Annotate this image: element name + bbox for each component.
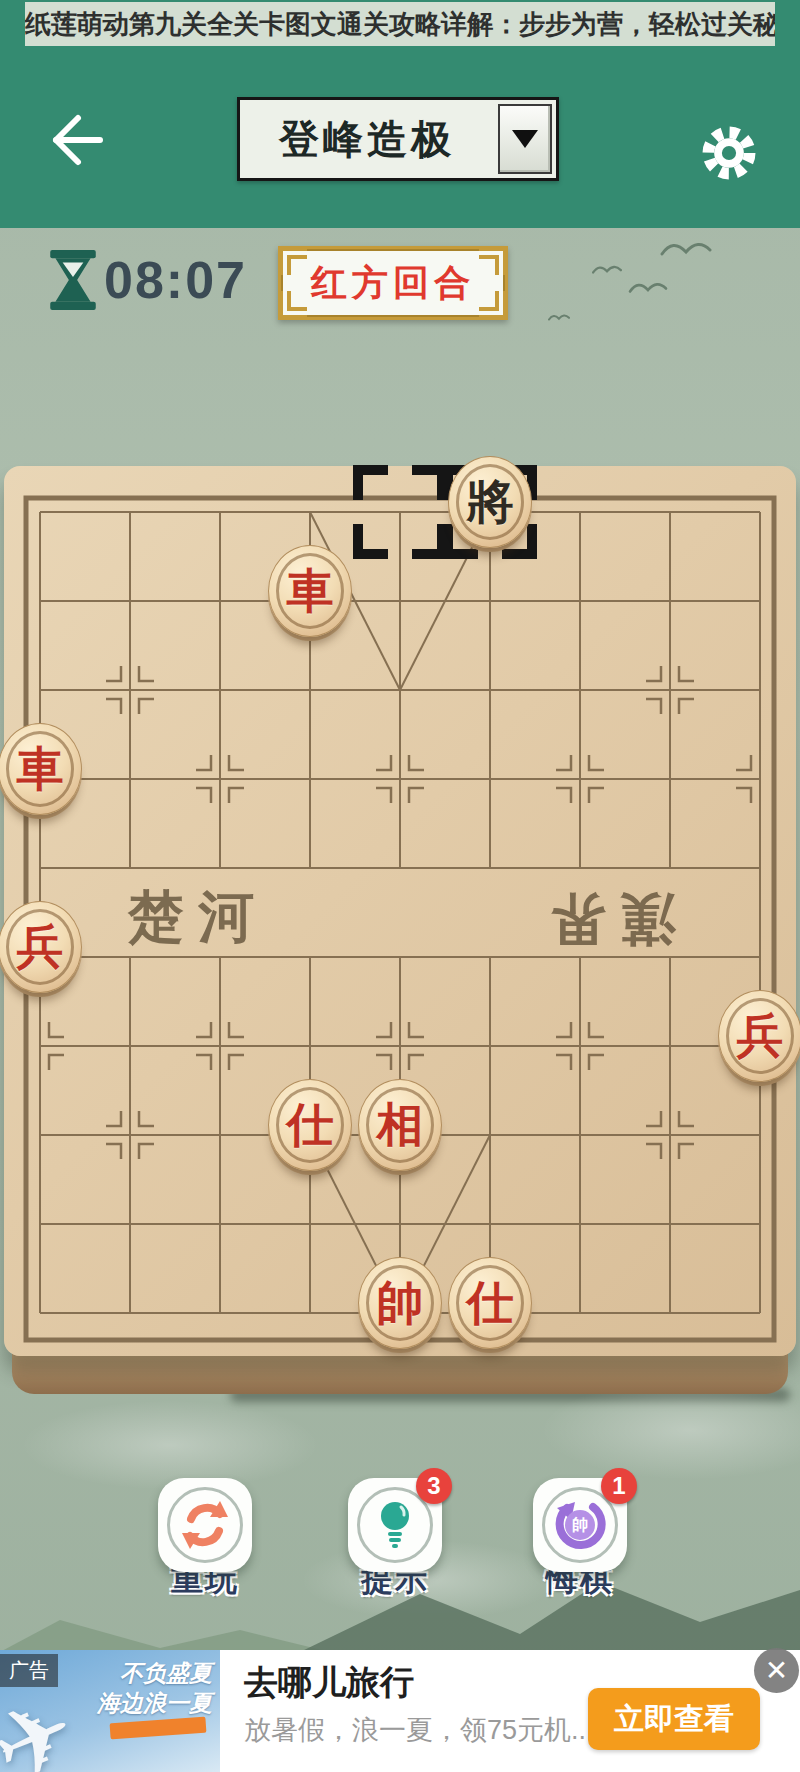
ad-description: 放暑假，浪一夏，领75元机...	[244, 1712, 594, 1748]
piece-兵-red[interactable]: 兵	[0, 901, 82, 993]
board-point-f1r6[interactable]	[85, 1001, 175, 1090]
chevron-down-icon	[512, 130, 538, 148]
board-point-f8r3[interactable]	[715, 734, 800, 823]
board-point-f7r1[interactable]	[625, 556, 715, 645]
board-point-f0r8[interactable]	[0, 1179, 85, 1268]
board-point-f5r2[interactable]	[445, 645, 535, 734]
board-point-f2r6[interactable]	[175, 1001, 265, 1090]
board-point-f1r5[interactable]	[85, 912, 175, 1001]
board-point-f1r0[interactable]	[85, 467, 175, 556]
board-point-f1r8[interactable]	[85, 1179, 175, 1268]
mist-cloud	[20, 1400, 320, 1490]
level-dropdown-arrow[interactable]	[498, 104, 552, 174]
board-point-f5r7[interactable]	[445, 1090, 535, 1179]
board-point-f7r3[interactable]	[625, 734, 715, 823]
undo-tile[interactable]: 帥 1	[533, 1478, 627, 1572]
board-point-f7r8[interactable]	[625, 1179, 715, 1268]
board-point-f4r1[interactable]	[355, 556, 445, 645]
board-point-f5r4[interactable]	[445, 823, 535, 912]
board-point-f6r8[interactable]	[535, 1179, 625, 1268]
board-point-f8r5[interactable]	[715, 912, 800, 1001]
badge-corner-ornament	[479, 246, 508, 275]
board-point-f4r8[interactable]	[355, 1179, 445, 1268]
board-point-f8r8[interactable]	[715, 1179, 800, 1268]
settings-gear-icon[interactable]	[698, 122, 760, 184]
selection-bracket	[353, 465, 447, 559]
board-point-f8r9[interactable]	[715, 1268, 800, 1357]
piece-兵-red[interactable]: 兵	[718, 990, 800, 1082]
board-point-f3r3[interactable]	[265, 734, 355, 823]
board-point-f0r7[interactable]	[0, 1090, 85, 1179]
bird-icon	[548, 312, 570, 322]
timer-value: 08:07	[104, 250, 247, 310]
board-point-f0r6[interactable]	[0, 1001, 85, 1090]
board-point-f6r3[interactable]	[535, 734, 625, 823]
board-point-f8r4[interactable]	[715, 823, 800, 912]
level-dropdown-value[interactable]: 登峰造极	[240, 100, 494, 178]
piece-車-red[interactable]: 車	[0, 723, 82, 815]
ad-slogan-2: 海边浪一夏	[97, 1688, 212, 1719]
badge-corner-ornament	[278, 291, 307, 320]
board-point-f7r5[interactable]	[625, 912, 715, 1001]
board-point-f2r8[interactable]	[175, 1179, 265, 1268]
board-point-f2r4[interactable]	[175, 823, 265, 912]
board-point-f8r6[interactable]: 兵	[715, 1001, 800, 1090]
board-point-f4r5[interactable]	[355, 912, 445, 1001]
board-point-f4r0[interactable]	[355, 467, 445, 556]
piece-車-red[interactable]: 車	[268, 545, 352, 637]
bird-icon	[592, 262, 622, 276]
board-point-f5r3[interactable]	[445, 734, 535, 823]
board-point-f3r8[interactable]	[265, 1179, 355, 1268]
level-dropdown[interactable]: 登峰造极	[237, 97, 559, 181]
board-point-f1r4[interactable]	[85, 823, 175, 912]
board-point-f2r1[interactable]	[175, 556, 265, 645]
board-point-f0r9[interactable]	[0, 1268, 85, 1357]
hint-button[interactable]: 3 提示	[340, 1478, 450, 1602]
ad-body[interactable]: 去哪儿旅行 放暑假，浪一夏，领75元机... 立即查看	[220, 1650, 800, 1772]
board-point-f1r7[interactable]	[85, 1090, 175, 1179]
board-point-f4r7[interactable]: 相	[355, 1090, 445, 1179]
turn-banner-text: 红方回合	[311, 259, 475, 308]
board-point-f3r9[interactable]	[265, 1268, 355, 1357]
board-point-f1r1[interactable]	[85, 556, 175, 645]
hourglass-icon	[50, 250, 96, 310]
hint-tile[interactable]: 3	[348, 1478, 442, 1572]
board-point-f4r3[interactable]	[355, 734, 445, 823]
board-point-f3r5[interactable]	[265, 912, 355, 1001]
bird-icon	[660, 236, 712, 260]
board-point-f3r4[interactable]	[265, 823, 355, 912]
piece-將-black[interactable]: 將	[448, 456, 532, 548]
board-point-f7r9[interactable]	[625, 1268, 715, 1357]
ad-banner[interactable]: ✈ 不负盛夏 海边浪一夏 广告 去哪儿旅行 放暑假，浪一夏，领75元机... 立…	[0, 1650, 800, 1772]
board-point-f5r6[interactable]	[445, 1001, 535, 1090]
board-point-f6r5[interactable]	[535, 912, 625, 1001]
board-point-f1r2[interactable]	[85, 645, 175, 734]
replay-button[interactable]: 重玩	[150, 1478, 260, 1602]
piece-仕-red[interactable]: 仕	[448, 1257, 532, 1349]
board-point-f2r9[interactable]	[175, 1268, 265, 1357]
board-point-f6r7[interactable]	[535, 1090, 625, 1179]
ad-image[interactable]: ✈ 不负盛夏 海边浪一夏 广告	[0, 1650, 220, 1772]
ad-tag: 广告	[0, 1654, 58, 1687]
board-point-f0r3[interactable]: 車	[0, 734, 85, 823]
board-point-f3r0[interactable]	[265, 467, 355, 556]
board-point-f2r5[interactable]	[175, 912, 265, 1001]
board-point-f5r5[interactable]	[445, 912, 535, 1001]
page-title: 纸莲萌动第九关全关卡图文通关攻略详解：步步为营，轻松过关秘诀	[25, 2, 775, 46]
board-point-f0r2[interactable]	[0, 645, 85, 734]
ad-title: 去哪儿旅行	[244, 1660, 414, 1706]
board-point-f2r3[interactable]	[175, 734, 265, 823]
board-point-f3r7[interactable]: 仕	[265, 1090, 355, 1179]
badge-corner-ornament	[278, 246, 307, 275]
bird-icon	[628, 278, 668, 296]
ad-slogan-1: 不负盛夏	[120, 1658, 212, 1689]
board-point-f0r1[interactable]	[0, 556, 85, 645]
board-point-f7r4[interactable]	[625, 823, 715, 912]
board-point-f8r0[interactable]	[715, 467, 800, 556]
board-point-f5r9[interactable]: 仕	[445, 1268, 535, 1357]
board-point-f4r6[interactable]	[355, 1001, 445, 1090]
lightbulb-icon	[371, 1499, 419, 1551]
undo-button[interactable]: 帥 1 悔棋	[525, 1478, 635, 1602]
badge-corner-ornament	[479, 291, 508, 320]
hint-badge: 3	[416, 1468, 452, 1504]
board-point-f4r2[interactable]	[355, 645, 445, 734]
board-point-f0r0[interactable]	[0, 467, 85, 556]
piece-仕-red[interactable]: 仕	[268, 1079, 352, 1171]
board-point-f3r1[interactable]: 車	[265, 556, 355, 645]
replay-icon	[179, 1499, 231, 1551]
board-point-f6r2[interactable]	[535, 645, 625, 734]
board-point-f4r4[interactable]	[355, 823, 445, 912]
board-point-f6r1[interactable]	[535, 556, 625, 645]
board-point-f0r5[interactable]: 兵	[0, 912, 85, 1001]
airplane-icon: ✈	[0, 1672, 94, 1772]
board-point-f5r8[interactable]	[445, 1179, 535, 1268]
board-point-f2r7[interactable]	[175, 1090, 265, 1179]
board-point-f8r2[interactable]	[715, 645, 800, 734]
board-point-f7r2[interactable]	[625, 645, 715, 734]
undo-piece-glyph: 帥	[565, 1510, 595, 1540]
board-point-f7r0[interactable]	[625, 467, 715, 556]
turn-banner: 红方回合	[278, 246, 508, 320]
board-point-f3r6[interactable]	[265, 1001, 355, 1090]
board-point-f7r6[interactable]	[625, 1001, 715, 1090]
piece-帥-red[interactable]: 帥	[358, 1257, 442, 1349]
replay-tile[interactable]	[158, 1478, 252, 1572]
board-point-f2r2[interactable]	[175, 645, 265, 734]
board-point-f1r3[interactable]	[85, 734, 175, 823]
board-point-f5r1[interactable]	[445, 556, 535, 645]
ad-cta-button[interactable]: 立即查看	[588, 1688, 760, 1750]
board-point-f0r4[interactable]	[0, 823, 85, 912]
piece-相-red[interactable]: 相	[358, 1079, 442, 1171]
board-point-f6r4[interactable]	[535, 823, 625, 912]
board-point-f6r9[interactable]	[535, 1268, 625, 1357]
board-point-f6r6[interactable]	[535, 1001, 625, 1090]
board-point-f6r0[interactable]	[535, 467, 625, 556]
board-point-f8r1[interactable]	[715, 556, 800, 645]
board-point-f8r7[interactable]	[715, 1090, 800, 1179]
board-point-f7r7[interactable]	[625, 1090, 715, 1179]
board-point-f5r0[interactable]: 將	[445, 467, 535, 556]
board-point-f2r0[interactable]	[175, 467, 265, 556]
undo-badge: 1	[601, 1468, 637, 1504]
ad-ribbon	[110, 1717, 207, 1740]
ad-close-button[interactable]: ✕	[754, 1648, 799, 1693]
board-point-f4r9[interactable]: 帥	[355, 1268, 445, 1357]
board-point-f1r9[interactable]	[85, 1268, 175, 1357]
back-arrow-icon[interactable]	[48, 112, 106, 168]
board-grid: 將車車兵兵仕相帥仕	[0, 467, 800, 1357]
board-point-f3r2[interactable]	[265, 645, 355, 734]
